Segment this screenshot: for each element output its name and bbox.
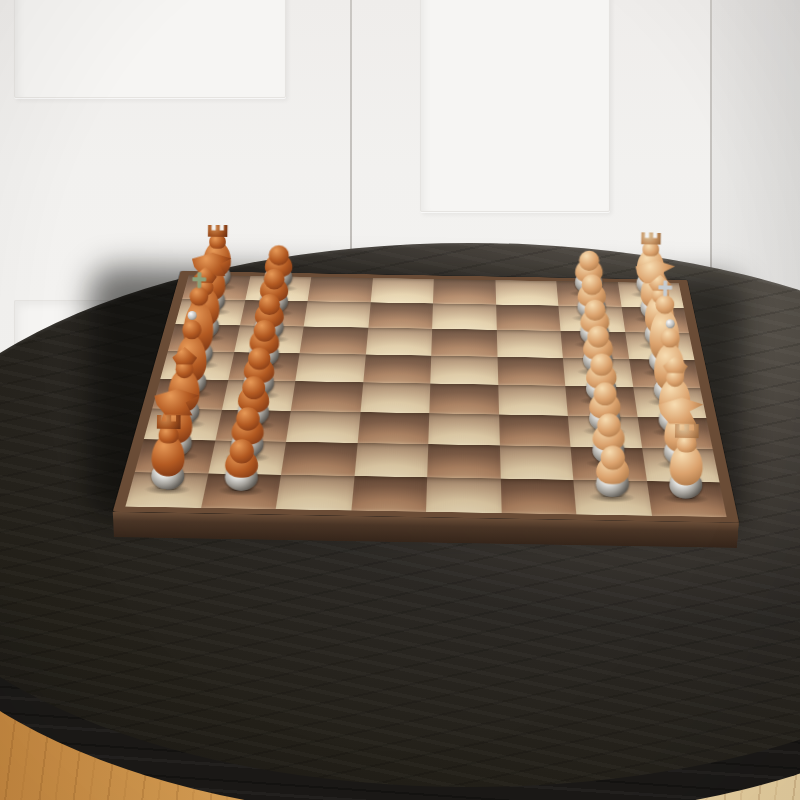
square-r4-c2[interactable] (291, 381, 363, 412)
piece-head (590, 353, 613, 376)
square-r3-c4[interactable] (430, 355, 497, 384)
square-r0-c6[interactable] (556, 281, 621, 306)
queen-finial-ball (666, 319, 675, 328)
square-r0-c3[interactable] (370, 278, 434, 303)
piece-head (182, 320, 202, 340)
square-r0-c2[interactable] (308, 277, 373, 302)
square-r6-c5[interactable] (499, 445, 573, 479)
square-r6-c4[interactable] (427, 444, 500, 478)
square-r5-c2[interactable] (286, 411, 360, 443)
piece-head (593, 382, 616, 405)
square-r2-c5[interactable] (496, 330, 563, 358)
chess-board[interactable] (113, 271, 739, 522)
board-grid (125, 275, 726, 517)
square-r2-c4[interactable] (431, 329, 497, 357)
piece-light-rook[interactable] (666, 424, 707, 499)
piece-dark-rook[interactable] (147, 415, 188, 490)
square-r7-c5[interactable] (500, 478, 576, 514)
square-r7-c4[interactable] (426, 477, 501, 513)
square-r5-c4[interactable] (428, 413, 499, 445)
square-r0-c5[interactable] (495, 280, 558, 305)
square-r2-c2[interactable] (300, 326, 368, 354)
square-r5-c3[interactable] (357, 412, 429, 444)
square-r4-c4[interactable] (429, 384, 498, 415)
square-r3-c5[interactable] (497, 357, 565, 386)
bishop-mitre (172, 347, 197, 365)
square-r0-c7[interactable] (618, 282, 684, 307)
queen-finial-ball (187, 311, 196, 320)
square-r1-c4[interactable] (432, 303, 496, 330)
board-group (0, 0, 800, 800)
square-r2-c3[interactable] (365, 328, 432, 356)
square-r4-c3[interactable] (360, 382, 430, 413)
square-r5-c5[interactable] (499, 414, 571, 446)
piece-dark-pawn[interactable] (223, 436, 261, 492)
square-r6-c2[interactable] (281, 442, 357, 476)
knight-wedge-head (154, 388, 199, 415)
piece-head (660, 328, 680, 348)
square-r0-c1[interactable] (245, 276, 311, 301)
square-r1-c5[interactable] (496, 304, 561, 331)
piece-head (579, 250, 600, 271)
piece-head (677, 436, 697, 453)
square-r1-c2[interactable] (304, 301, 371, 328)
square-r3-c2[interactable] (295, 353, 365, 382)
rook-crown (641, 232, 661, 244)
rook-crown (156, 415, 180, 430)
square-r7-c3[interactable] (351, 476, 427, 512)
square-r7-c2[interactable] (276, 475, 354, 511)
rook-crown (675, 424, 699, 439)
square-r4-c5[interactable] (498, 385, 568, 416)
square-r3-c3[interactable] (363, 354, 431, 383)
piece-light-pawn[interactable] (593, 442, 631, 498)
bishop-mitre (663, 356, 688, 374)
square-r1-c6[interactable] (558, 305, 624, 332)
piece-head (597, 413, 621, 437)
photo-scene (0, 0, 800, 800)
piece-head (158, 427, 178, 444)
square-r1-c1[interactable] (239, 300, 307, 326)
square-r1-c3[interactable] (368, 302, 433, 329)
square-r0-c4[interactable] (433, 279, 496, 304)
square-r0-c0[interactable] (182, 275, 250, 300)
knight-wedge-head (658, 397, 703, 424)
square-r6-c3[interactable] (354, 443, 428, 477)
rook-crown (207, 225, 227, 237)
piece-head (600, 446, 625, 471)
